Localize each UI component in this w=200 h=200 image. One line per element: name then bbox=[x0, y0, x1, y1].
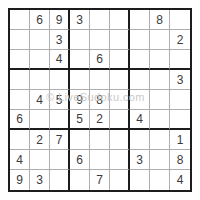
sudoku-cell-r8c9[interactable]: 8 bbox=[170, 150, 190, 170]
sudoku-cell-r8c2[interactable] bbox=[30, 150, 50, 170]
sudoku-cell-r8c4[interactable]: 6 bbox=[70, 150, 90, 170]
sudoku-cell-r4c9[interactable]: 3 bbox=[170, 70, 190, 90]
sudoku-cell-r9c9[interactable]: 4 bbox=[170, 170, 190, 190]
sudoku-cell-r2c6[interactable] bbox=[110, 30, 130, 50]
sudoku-cell-r6c1[interactable]: 6 bbox=[10, 110, 30, 130]
sudoku-cell-r1c3[interactable]: 9 bbox=[50, 10, 70, 30]
sudoku-cell-r7c7[interactable] bbox=[130, 130, 150, 150]
sudoku-cell-r1c5[interactable] bbox=[90, 10, 110, 30]
sudoku-cell-r2c1[interactable] bbox=[10, 30, 30, 50]
sudoku-page: 6938324634598652427146389374 © LiveSudok… bbox=[0, 0, 200, 200]
sudoku-cell-r6c2[interactable] bbox=[30, 110, 50, 130]
sudoku-board: 6938324634598652427146389374 bbox=[8, 8, 192, 192]
sudoku-cell-r7c2[interactable]: 2 bbox=[30, 130, 50, 150]
sudoku-cell-r4c7[interactable] bbox=[130, 70, 150, 90]
sudoku-cell-r1c2[interactable]: 6 bbox=[30, 10, 50, 30]
sudoku-cell-r6c7[interactable]: 4 bbox=[130, 110, 150, 130]
sudoku-cell-r3c3[interactable]: 4 bbox=[50, 50, 70, 70]
sudoku-cell-r7c5[interactable] bbox=[90, 130, 110, 150]
sudoku-cell-r4c4[interactable] bbox=[70, 70, 90, 90]
sudoku-cell-r8c7[interactable]: 3 bbox=[130, 150, 150, 170]
sudoku-cell-r8c1[interactable]: 4 bbox=[10, 150, 30, 170]
sudoku-cell-r3c6[interactable] bbox=[110, 50, 130, 70]
sudoku-cell-r1c7[interactable] bbox=[130, 10, 150, 30]
sudoku-cell-r1c4[interactable]: 3 bbox=[70, 10, 90, 30]
sudoku-cell-r8c6[interactable] bbox=[110, 150, 130, 170]
sudoku-cell-r9c1[interactable]: 9 bbox=[10, 170, 30, 190]
sudoku-cell-r4c1[interactable] bbox=[10, 70, 30, 90]
sudoku-cell-r5c8[interactable] bbox=[150, 90, 170, 110]
sudoku-cell-r7c4[interactable] bbox=[70, 130, 90, 150]
sudoku-cell-r1c8[interactable]: 8 bbox=[150, 10, 170, 30]
sudoku-cell-r9c7[interactable] bbox=[130, 170, 150, 190]
sudoku-cell-r2c7[interactable] bbox=[130, 30, 150, 50]
sudoku-cell-r1c1[interactable] bbox=[10, 10, 30, 30]
sudoku-cell-r6c5[interactable]: 2 bbox=[90, 110, 110, 130]
sudoku-cell-r8c8[interactable] bbox=[150, 150, 170, 170]
sudoku-cell-r5c5[interactable]: 8 bbox=[90, 90, 110, 110]
sudoku-cell-r4c3[interactable] bbox=[50, 70, 70, 90]
sudoku-cell-r4c6[interactable] bbox=[110, 70, 130, 90]
sudoku-cell-r5c9[interactable] bbox=[170, 90, 190, 110]
sudoku-cell-r5c4[interactable]: 9 bbox=[70, 90, 90, 110]
sudoku-cell-r3c5[interactable]: 6 bbox=[90, 50, 110, 70]
sudoku-cell-r2c3[interactable]: 3 bbox=[50, 30, 70, 50]
sudoku-cell-r3c4[interactable] bbox=[70, 50, 90, 70]
sudoku-cell-r5c6[interactable] bbox=[110, 90, 130, 110]
sudoku-cell-r1c6[interactable] bbox=[110, 10, 130, 30]
sudoku-cell-r5c1[interactable] bbox=[10, 90, 30, 110]
sudoku-cell-r2c4[interactable] bbox=[70, 30, 90, 50]
sudoku-cell-r7c1[interactable] bbox=[10, 130, 30, 150]
sudoku-cell-r3c8[interactable] bbox=[150, 50, 170, 70]
sudoku-cell-r6c6[interactable] bbox=[110, 110, 130, 130]
sudoku-cell-r3c9[interactable] bbox=[170, 50, 190, 70]
sudoku-cell-r4c5[interactable] bbox=[90, 70, 110, 90]
sudoku-cell-r5c3[interactable]: 5 bbox=[50, 90, 70, 110]
sudoku-cell-r4c8[interactable] bbox=[150, 70, 170, 90]
sudoku-cell-r3c7[interactable] bbox=[130, 50, 150, 70]
sudoku-cell-r9c3[interactable] bbox=[50, 170, 70, 190]
sudoku-cell-r2c9[interactable]: 2 bbox=[170, 30, 190, 50]
sudoku-cell-r7c6[interactable] bbox=[110, 130, 130, 150]
sudoku-cell-r6c4[interactable]: 5 bbox=[70, 110, 90, 130]
sudoku-cell-r7c9[interactable]: 1 bbox=[170, 130, 190, 150]
sudoku-cell-r4c2[interactable] bbox=[30, 70, 50, 90]
sudoku-cell-r2c5[interactable] bbox=[90, 30, 110, 50]
sudoku-cell-r2c8[interactable] bbox=[150, 30, 170, 50]
sudoku-cell-r2c2[interactable] bbox=[30, 30, 50, 50]
sudoku-cell-r6c8[interactable] bbox=[150, 110, 170, 130]
sudoku-cell-r7c3[interactable]: 7 bbox=[50, 130, 70, 150]
sudoku-cell-r6c9[interactable] bbox=[170, 110, 190, 130]
sudoku-cell-r5c2[interactable]: 4 bbox=[30, 90, 50, 110]
sudoku-cell-r9c8[interactable] bbox=[150, 170, 170, 190]
sudoku-cell-r9c2[interactable]: 3 bbox=[30, 170, 50, 190]
sudoku-cell-r8c5[interactable] bbox=[90, 150, 110, 170]
sudoku-cell-r8c3[interactable] bbox=[50, 150, 70, 170]
sudoku-cell-r9c4[interactable] bbox=[70, 170, 90, 190]
sudoku-cell-r9c5[interactable]: 7 bbox=[90, 170, 110, 190]
sudoku-cell-r9c6[interactable] bbox=[110, 170, 130, 190]
sudoku-cell-r3c2[interactable] bbox=[30, 50, 50, 70]
sudoku-cell-r7c8[interactable] bbox=[150, 130, 170, 150]
sudoku-cell-r1c9[interactable] bbox=[170, 10, 190, 30]
sudoku-cell-r5c7[interactable] bbox=[130, 90, 150, 110]
sudoku-cell-r6c3[interactable] bbox=[50, 110, 70, 130]
sudoku-cell-r3c1[interactable] bbox=[10, 50, 30, 70]
